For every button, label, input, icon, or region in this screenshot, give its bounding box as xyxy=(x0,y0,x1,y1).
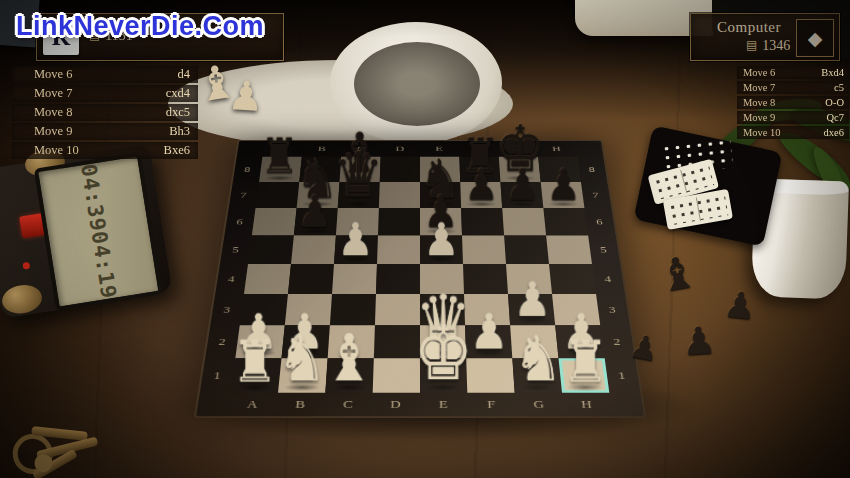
computer-avatar-diamond-icon: ◆ xyxy=(796,19,834,57)
square-h7[interactable]: ♟ xyxy=(541,182,585,208)
square-g6[interactable] xyxy=(502,208,546,235)
move-row: Move 7c5 xyxy=(737,81,849,94)
chess-board: ABCDEFGH ABCDEFGH 87654321 87654321 ♜♝♜♚… xyxy=(194,140,647,418)
captured-black-pawn: ♟ xyxy=(722,286,758,325)
computer-rating: 1346 xyxy=(762,38,790,54)
move-row: Move 6Bxd4 xyxy=(737,66,849,79)
board-label: 5 xyxy=(590,235,618,264)
move-value: Qc7 xyxy=(827,112,845,123)
move-row: Move 8dxc5 xyxy=(12,104,198,121)
square-b4[interactable] xyxy=(288,264,334,294)
captured-black-bishop: ♝ xyxy=(654,249,700,299)
move-value: d4 xyxy=(178,67,191,82)
move-row: Move 9Qc7 xyxy=(737,111,849,124)
move-row: Move 9Bh3 xyxy=(12,123,198,140)
piece-white-pawn-c5[interactable]: ♟ xyxy=(320,217,391,262)
square-a4[interactable] xyxy=(244,264,291,294)
board-label: 4 xyxy=(217,264,246,294)
clock-lcd: 04:39 04:19 xyxy=(34,152,163,311)
board-label: E xyxy=(420,398,468,411)
move-value: c5 xyxy=(834,82,844,93)
move-label: Move 7 xyxy=(743,82,775,93)
captured-white-pawn: ♟ xyxy=(227,75,266,117)
board-label: H xyxy=(563,398,612,411)
square-h5[interactable] xyxy=(546,235,592,264)
move-label: Move 10 xyxy=(743,127,781,138)
square-g5[interactable] xyxy=(504,235,549,264)
captured-black-pawn: ♟ xyxy=(627,330,661,366)
square-c5[interactable]: ♟ xyxy=(334,235,378,264)
square-h1[interactable]: ♜ xyxy=(559,358,610,393)
board-label: 6 xyxy=(586,208,613,235)
board-label: 5 xyxy=(222,235,250,264)
chess-clock: 04:39 04:19 xyxy=(0,143,173,318)
board-label: G xyxy=(515,398,564,411)
move-label: Move 9 xyxy=(34,124,73,139)
square-e1[interactable]: ♚ xyxy=(420,358,467,393)
square-c1[interactable]: ♝ xyxy=(325,358,373,393)
square-h6[interactable] xyxy=(543,208,588,235)
board-label: F xyxy=(468,398,516,411)
move-value: Bxe6 xyxy=(164,143,190,158)
board-label: 4 xyxy=(594,264,623,294)
move-value: Bxd4 xyxy=(821,67,844,78)
board-area: ABCDEFGH ABCDEFGH 87654321 87654321 ♜♝♜♚… xyxy=(190,74,650,454)
move-row: Move 10Bxe6 xyxy=(12,142,198,159)
move-value: cxd4 xyxy=(166,86,190,101)
dominoes-tray xyxy=(633,125,782,246)
board-label: B xyxy=(276,398,325,411)
move-row: Move 10dxe6 xyxy=(737,126,849,139)
move-row: Move 6d4 xyxy=(12,66,198,83)
board-label: 6 xyxy=(226,208,253,235)
captured-black-pawn: ♟ xyxy=(681,321,718,361)
square-a5[interactable] xyxy=(248,235,294,264)
piece-white-king-e1[interactable]: ♚ xyxy=(405,316,483,391)
square-c4[interactable] xyxy=(332,264,377,294)
board-label: C xyxy=(324,398,372,411)
clock-time-top: 04:39 xyxy=(76,162,110,233)
move-row: Move 8O-O xyxy=(737,96,849,109)
move-value: dxc5 xyxy=(166,105,190,120)
white-move-list: Move 6d4Move 7cxd4Move 8dxc5Move 9Bh3Mov… xyxy=(12,66,198,161)
chess-game-screen: 04:39 04:19 ABCDEFGH ABCDEFGH 87654321 8… xyxy=(0,0,850,478)
computer-name: Computer xyxy=(703,19,795,36)
move-row: Move 7cxd4 xyxy=(12,85,198,102)
clock-button xyxy=(0,282,44,316)
board-label: A xyxy=(228,398,277,411)
square-e5[interactable]: ♟ xyxy=(420,235,463,264)
piece-white-bishop-c1[interactable]: ♝ xyxy=(310,326,388,391)
move-label: Move 9 xyxy=(743,112,775,123)
piece-white-rook-h1[interactable]: ♜ xyxy=(546,333,624,390)
move-value: Bh3 xyxy=(169,124,190,139)
computer-badge: Computer ▤ 1346 ◆ xyxy=(690,13,840,61)
watermark: LinkNeverDie.Com xyxy=(16,11,264,42)
black-move-list: Move 6Bxd4Move 7c5Move 8O-OMove 9Qc7Move… xyxy=(737,66,849,141)
move-label: Move 8 xyxy=(743,97,775,108)
move-label: Move 8 xyxy=(34,105,73,120)
move-label: Move 6 xyxy=(34,67,73,82)
clock-indicator-light xyxy=(22,262,30,270)
move-value: dxe6 xyxy=(824,127,844,138)
board-squares: ♜♝♜♚♞♛♞♟♟♟♟♟♟♟♟♟♟♛♟♟♜♞♝♚♞♜ xyxy=(231,157,610,393)
move-label: Move 10 xyxy=(34,143,79,158)
move-value: O-O xyxy=(825,97,844,108)
board-label: 7 xyxy=(231,182,258,208)
clock-time-bottom: 04:19 xyxy=(86,230,120,301)
piece-black-pawn-h7[interactable]: ♟ xyxy=(530,163,598,206)
keys xyxy=(2,406,131,478)
piece-white-pawn-e5[interactable]: ♟ xyxy=(406,217,477,262)
board-label: D xyxy=(372,398,420,411)
rating-icon: ▤ xyxy=(746,38,757,53)
move-label: Move 7 xyxy=(34,86,73,101)
file-labels-near: ABCDEFGH xyxy=(228,394,613,414)
move-label: Move 6 xyxy=(743,67,775,78)
